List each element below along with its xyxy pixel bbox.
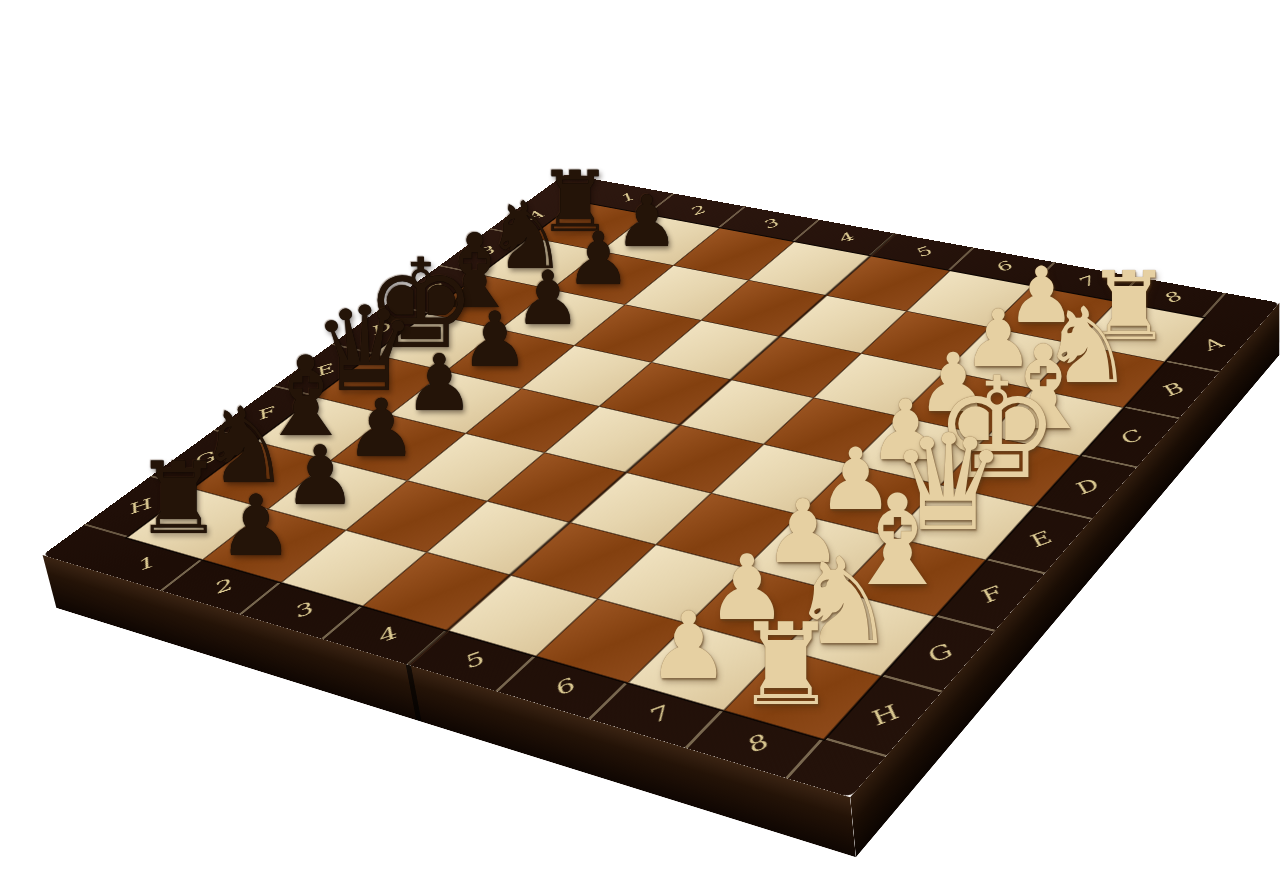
photo-canvas: 11AA22BB33CC44DD55EE66FF77GG88HH ♜♞♝♚♛♝♞… [0,0,1280,887]
chess-board: 11AA22BB33CC44DD55EE66FF77GG88HH [43,174,1280,797]
camera-tilt: 11AA22BB33CC44DD55EE66FF77GG88HH [0,0,1280,887]
